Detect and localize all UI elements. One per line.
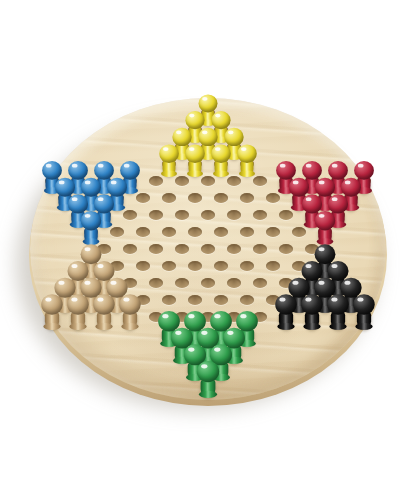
board-hole[interactable] — [253, 210, 267, 220]
peg-head — [41, 294, 62, 314]
board-hole[interactable] — [149, 278, 163, 288]
board-cell-r12c8 — [234, 291, 260, 308]
peg-head — [197, 361, 219, 382]
peg-head — [315, 211, 335, 230]
board-hole[interactable] — [188, 227, 202, 237]
board-cell-r17c1 — [195, 376, 221, 393]
board-cell-r9c5 — [195, 240, 221, 257]
board-cell-r9c7 — [247, 240, 273, 257]
board-cell-r7c6 — [195, 206, 221, 223]
board-cell-r13c13 — [351, 308, 377, 325]
board-cell-r11c5 — [169, 274, 195, 291]
board-hole[interactable] — [201, 176, 215, 186]
board-cell-r13c2 — [65, 308, 91, 325]
board-cell-r12c7 — [208, 291, 234, 308]
board-hole[interactable] — [162, 227, 176, 237]
board-hole[interactable] — [214, 193, 228, 203]
board-hole[interactable] — [123, 244, 137, 254]
board-hole[interactable] — [240, 295, 254, 305]
board-hole[interactable] — [214, 227, 228, 237]
board-cell-r6c4 — [130, 189, 156, 206]
board-cell-r5c9 — [247, 172, 273, 189]
board-hole[interactable] — [110, 227, 124, 237]
board-cell-r8c4 — [156, 223, 182, 240]
board-hole[interactable] — [188, 193, 202, 203]
peg-black[interactable] — [352, 294, 376, 329]
board-cell-r11c4 — [143, 274, 169, 291]
board-hole[interactable] — [136, 193, 150, 203]
peg-head — [119, 294, 140, 314]
board-cell-r8c10 — [312, 223, 338, 240]
board-hole[interactable] — [188, 295, 202, 305]
board-hole[interactable] — [240, 193, 254, 203]
peg-black[interactable] — [326, 294, 350, 329]
board-cell-r5c7 — [195, 172, 221, 189]
board-cell-r5c5 — [143, 172, 169, 189]
board-cell-r9c2 — [117, 240, 143, 257]
board-cell-r6c8 — [234, 189, 260, 206]
board-cell-r7c4 — [143, 206, 169, 223]
peg-head — [159, 144, 179, 163]
board-hole[interactable] — [136, 261, 150, 271]
board-cell-r4c1 — [156, 155, 182, 172]
board-cell-r8c1 — [78, 223, 104, 240]
board-cell-r7c9 — [273, 206, 299, 223]
board-cell-r8c5 — [182, 223, 208, 240]
board-hole[interactable] — [149, 210, 163, 220]
board-hole[interactable] — [253, 176, 267, 186]
board-cell-r5c6 — [169, 172, 195, 189]
peg-head — [275, 294, 296, 314]
peg-natural-wood[interactable] — [66, 294, 90, 329]
peg-grid — [39, 104, 377, 393]
board-cell-r6c7 — [208, 189, 234, 206]
board-hole[interactable] — [266, 227, 280, 237]
board-cell-r10c5 — [182, 257, 208, 274]
board-cell-r7c5 — [169, 206, 195, 223]
peg-head — [224, 128, 243, 146]
board-cell-r7c8 — [247, 206, 273, 223]
board-cell-r5c8 — [221, 172, 247, 189]
board-hole[interactable] — [240, 261, 254, 271]
peg-natural-wood[interactable] — [40, 294, 64, 329]
board-cell-r4c2 — [182, 155, 208, 172]
board-cell-r10c7 — [234, 257, 260, 274]
board-hole[interactable] — [253, 278, 267, 288]
board-cell-r11c7 — [221, 274, 247, 291]
board-cell-r10c6 — [208, 257, 234, 274]
board-hole[interactable] — [227, 244, 241, 254]
peg-head — [185, 111, 204, 129]
board-cell-r10c4 — [156, 257, 182, 274]
board-hole[interactable] — [149, 176, 163, 186]
peg-green[interactable] — [195, 361, 220, 397]
board-cell-r6c9 — [260, 189, 286, 206]
peg-black[interactable] — [274, 294, 298, 329]
board-cell-r12c5 — [156, 291, 182, 308]
board-cell-r9c8 — [273, 240, 299, 257]
board-cell-r8c2 — [104, 223, 130, 240]
board-cell-r4c3 — [208, 155, 234, 172]
board-cell-r13c3 — [91, 308, 117, 325]
board-hole[interactable] — [162, 261, 176, 271]
board-hole[interactable] — [123, 210, 137, 220]
board-cell-r8c8 — [260, 223, 286, 240]
board-cell-r10c3 — [130, 257, 156, 274]
board-hole[interactable] — [214, 261, 228, 271]
board-hole[interactable] — [227, 278, 241, 288]
board-cell-r12c6 — [182, 291, 208, 308]
peg-head — [237, 144, 257, 163]
board-cell-r10c8 — [260, 257, 286, 274]
board-cell-r9c3 — [143, 240, 169, 257]
board-hole[interactable] — [175, 244, 189, 254]
board-cell-r6c5 — [156, 189, 182, 206]
peg-natural-wood[interactable] — [92, 294, 116, 329]
peg-head — [199, 94, 218, 112]
board-hole[interactable] — [175, 278, 189, 288]
board-hole[interactable] — [266, 261, 280, 271]
board-cell-r8c6 — [208, 223, 234, 240]
peg-natural-wood[interactable] — [118, 294, 142, 329]
board-hole[interactable] — [162, 295, 176, 305]
board-hole[interactable] — [227, 176, 241, 186]
board-cell-r13c1 — [39, 308, 65, 325]
board-hole[interactable] — [175, 176, 189, 186]
board-cell-r7c3 — [117, 206, 143, 223]
board-cell-r9c6 — [221, 240, 247, 257]
peg-head — [301, 294, 322, 314]
board-cell-r8c9 — [286, 223, 312, 240]
board-hole[interactable] — [149, 244, 163, 254]
peg-head — [353, 294, 374, 314]
board-cell-r7c7 — [221, 206, 247, 223]
board-hole[interactable] — [292, 227, 306, 237]
peg-head — [172, 128, 191, 146]
board-hole[interactable] — [253, 244, 267, 254]
board-hole[interactable] — [201, 278, 215, 288]
peg-head — [327, 294, 348, 314]
board-hole[interactable] — [201, 244, 215, 254]
peg-head — [198, 128, 217, 146]
board-cell-r9c4 — [169, 240, 195, 257]
board-hole[interactable] — [136, 227, 150, 237]
photo-stage — [0, 0, 400, 498]
board-cell-r8c7 — [234, 223, 260, 240]
peg-black[interactable] — [300, 294, 324, 329]
board-hole[interactable] — [279, 210, 293, 220]
board-hole[interactable] — [175, 210, 189, 220]
board-hole[interactable] — [162, 193, 176, 203]
board-cell-r6c6 — [182, 189, 208, 206]
board-cell-r13c11 — [299, 308, 325, 325]
board-hole[interactable] — [279, 244, 293, 254]
board-hole[interactable] — [240, 227, 254, 237]
peg-head — [211, 144, 231, 163]
board-hole[interactable] — [188, 261, 202, 271]
peg-head — [81, 211, 101, 230]
peg-head — [185, 144, 205, 163]
board-hole[interactable] — [201, 210, 215, 220]
board-cell-r13c10 — [273, 308, 299, 325]
peg-head — [67, 294, 88, 314]
board-cell-r4c4 — [234, 155, 260, 172]
peg-head — [211, 111, 230, 129]
peg-head — [93, 294, 114, 314]
board-cell-r11c6 — [195, 274, 221, 291]
board-cell-r13c12 — [325, 308, 351, 325]
board-cell-r8c3 — [130, 223, 156, 240]
board-cell-r13c4 — [117, 308, 143, 325]
board-cell-r11c8 — [247, 274, 273, 291]
board-hole[interactable] — [266, 193, 280, 203]
board-hole[interactable] — [214, 295, 228, 305]
board-hole[interactable] — [227, 210, 241, 220]
